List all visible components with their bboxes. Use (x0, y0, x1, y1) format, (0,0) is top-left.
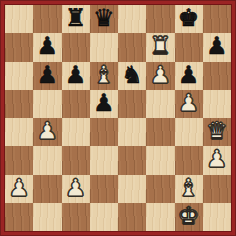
square-g3[interactable] (175, 146, 203, 174)
square-c5[interactable] (62, 90, 90, 118)
square-a2[interactable]: ♟ (5, 175, 33, 203)
piece-black-pawn-c6[interactable]: ♟ (65, 63, 87, 87)
square-e3[interactable] (118, 146, 146, 174)
square-b3[interactable] (33, 146, 61, 174)
square-a8[interactable] (5, 5, 33, 33)
square-b7[interactable]: ♟ (33, 33, 61, 61)
square-h7[interactable]: ♟ (203, 33, 231, 61)
piece-white-rook-f7[interactable]: ♜ (150, 34, 172, 58)
square-b5[interactable] (33, 90, 61, 118)
board: ♜♛♚♟♜♟♟♟♝♞♟♟♟♟♟♛♟♟♟♝♚ (5, 5, 231, 231)
square-c1[interactable] (62, 203, 90, 231)
square-b4[interactable]: ♟ (33, 118, 61, 146)
piece-white-king-g1[interactable]: ♚ (178, 204, 200, 228)
piece-black-pawn-b6[interactable]: ♟ (37, 63, 59, 87)
square-c4[interactable] (62, 118, 90, 146)
piece-white-bishop-d6[interactable]: ♝ (93, 63, 115, 87)
square-g7[interactable] (175, 33, 203, 61)
square-e1[interactable] (118, 203, 146, 231)
square-a5[interactable] (5, 90, 33, 118)
piece-white-pawn-f6[interactable]: ♟ (150, 63, 172, 87)
square-e6[interactable]: ♞ (118, 62, 146, 90)
square-h2[interactable] (203, 175, 231, 203)
square-g4[interactable] (175, 118, 203, 146)
piece-black-pawn-d5[interactable]: ♟ (93, 91, 115, 115)
piece-white-queen-h4[interactable]: ♛ (206, 119, 228, 143)
piece-black-rook-c8[interactable]: ♜ (65, 6, 87, 30)
square-e2[interactable] (118, 175, 146, 203)
square-g1[interactable]: ♚ (175, 203, 203, 231)
square-f5[interactable] (146, 90, 174, 118)
square-g2[interactable]: ♝ (175, 175, 203, 203)
piece-white-pawn-h3[interactable]: ♟ (206, 147, 228, 171)
piece-white-pawn-a2[interactable]: ♟ (8, 176, 30, 200)
square-d5[interactable]: ♟ (90, 90, 118, 118)
square-b8[interactable] (33, 5, 61, 33)
square-d6[interactable]: ♝ (90, 62, 118, 90)
square-g8[interactable]: ♚ (175, 5, 203, 33)
square-d7[interactable] (90, 33, 118, 61)
piece-white-pawn-g5[interactable]: ♟ (178, 91, 200, 115)
square-c7[interactable] (62, 33, 90, 61)
square-f8[interactable] (146, 5, 174, 33)
square-a3[interactable] (5, 146, 33, 174)
square-d3[interactable] (90, 146, 118, 174)
piece-black-pawn-b7[interactable]: ♟ (37, 34, 59, 58)
piece-white-bishop-g2[interactable]: ♝ (178, 176, 200, 200)
square-h6[interactable] (203, 62, 231, 90)
piece-white-pawn-c2[interactable]: ♟ (65, 176, 87, 200)
square-e4[interactable] (118, 118, 146, 146)
square-d2[interactable] (90, 175, 118, 203)
square-b2[interactable] (33, 175, 61, 203)
square-h8[interactable] (203, 5, 231, 33)
square-e5[interactable] (118, 90, 146, 118)
board-frame: ♜♛♚♟♜♟♟♟♝♞♟♟♟♟♟♛♟♟♟♝♚ (0, 0, 236, 236)
square-f2[interactable] (146, 175, 174, 203)
square-a7[interactable] (5, 33, 33, 61)
piece-black-pawn-h7[interactable]: ♟ (206, 34, 228, 58)
square-f4[interactable] (146, 118, 174, 146)
square-b1[interactable] (33, 203, 61, 231)
square-b6[interactable]: ♟ (33, 62, 61, 90)
square-f6[interactable]: ♟ (146, 62, 174, 90)
square-e7[interactable] (118, 33, 146, 61)
piece-white-pawn-b4[interactable]: ♟ (37, 119, 59, 143)
square-c3[interactable] (62, 146, 90, 174)
square-c2[interactable]: ♟ (62, 175, 90, 203)
square-h5[interactable] (203, 90, 231, 118)
square-a6[interactable] (5, 62, 33, 90)
square-a4[interactable] (5, 118, 33, 146)
square-g5[interactable]: ♟ (175, 90, 203, 118)
square-a1[interactable] (5, 203, 33, 231)
square-h3[interactable]: ♟ (203, 146, 231, 174)
square-e8[interactable] (118, 5, 146, 33)
square-f3[interactable] (146, 146, 174, 174)
piece-black-queen-d8[interactable]: ♛ (93, 6, 115, 30)
square-h4[interactable]: ♛ (203, 118, 231, 146)
piece-black-king-g8[interactable]: ♚ (178, 6, 200, 30)
square-c8[interactable]: ♜ (62, 5, 90, 33)
square-h1[interactable] (203, 203, 231, 231)
square-f1[interactable] (146, 203, 174, 231)
square-g6[interactable]: ♟ (175, 62, 203, 90)
square-f7[interactable]: ♜ (146, 33, 174, 61)
square-d1[interactable] (90, 203, 118, 231)
piece-black-pawn-g6[interactable]: ♟ (178, 63, 200, 87)
square-d8[interactable]: ♛ (90, 5, 118, 33)
square-c6[interactable]: ♟ (62, 62, 90, 90)
square-d4[interactable] (90, 118, 118, 146)
piece-black-knight-e6[interactable]: ♞ (121, 63, 143, 87)
